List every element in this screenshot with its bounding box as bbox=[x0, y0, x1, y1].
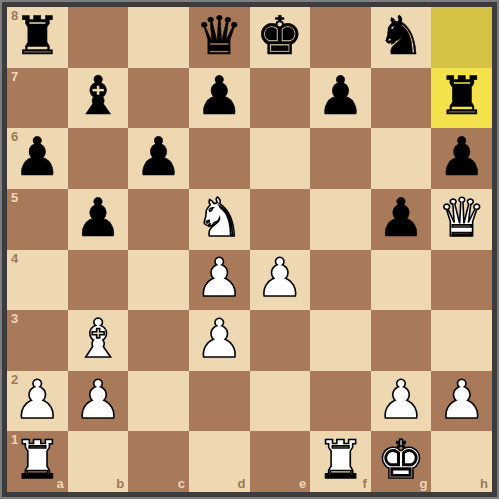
white-pawn-icon[interactable]: ♟ bbox=[438, 373, 486, 426]
square-e6[interactable] bbox=[250, 128, 311, 189]
square-g3[interactable] bbox=[371, 310, 432, 371]
square-f3[interactable] bbox=[310, 310, 371, 371]
square-e7[interactable] bbox=[250, 68, 311, 129]
square-f7[interactable]: ♟ bbox=[310, 68, 371, 129]
square-c1[interactable]: c bbox=[128, 431, 189, 492]
white-rook-icon[interactable]: ♜ bbox=[14, 433, 62, 486]
square-g2[interactable]: ♟ bbox=[371, 371, 432, 432]
black-king-icon[interactable]: ♚ bbox=[256, 9, 304, 62]
square-a3[interactable]: 3 bbox=[7, 310, 68, 371]
square-g6[interactable] bbox=[371, 128, 432, 189]
rank-label-7: 7 bbox=[11, 70, 18, 83]
file-label-b: b bbox=[116, 477, 124, 490]
white-rook-icon[interactable]: ♜ bbox=[317, 433, 365, 486]
square-b7[interactable]: ♝ bbox=[68, 68, 129, 129]
square-g5[interactable]: ♟ bbox=[371, 189, 432, 250]
black-knight-icon[interactable]: ♞ bbox=[377, 9, 425, 62]
white-pawn-icon[interactable]: ♟ bbox=[14, 373, 62, 426]
square-g7[interactable] bbox=[371, 68, 432, 129]
square-f6[interactable] bbox=[310, 128, 371, 189]
square-d1[interactable]: d bbox=[189, 431, 250, 492]
square-c8[interactable] bbox=[128, 7, 189, 68]
square-a4[interactable]: 4 bbox=[7, 250, 68, 311]
white-queen-icon[interactable]: ♛ bbox=[438, 191, 486, 244]
white-bishop-icon[interactable]: ♝ bbox=[74, 312, 122, 365]
black-pawn-icon[interactable]: ♟ bbox=[438, 130, 486, 183]
square-a6[interactable]: 6♟ bbox=[7, 128, 68, 189]
black-pawn-icon[interactable]: ♟ bbox=[74, 191, 122, 244]
black-queen-icon[interactable]: ♛ bbox=[195, 9, 243, 62]
square-h8[interactable] bbox=[431, 7, 492, 68]
square-a7[interactable]: 7 bbox=[7, 68, 68, 129]
file-label-c: c bbox=[178, 477, 185, 490]
black-pawn-icon[interactable]: ♟ bbox=[195, 69, 243, 122]
chess-board: 8♜♛♚♞7♝♟♟♜6♟♟♟5♟♞♟♛4♟♟3♝♟2♟♟♟♟1a♜bcdef♜g… bbox=[7, 7, 492, 492]
square-d6[interactable] bbox=[189, 128, 250, 189]
square-b5[interactable]: ♟ bbox=[68, 189, 129, 250]
square-b4[interactable] bbox=[68, 250, 129, 311]
square-a8[interactable]: 8♜ bbox=[7, 7, 68, 68]
square-b8[interactable] bbox=[68, 7, 129, 68]
black-pawn-icon[interactable]: ♟ bbox=[377, 191, 425, 244]
square-h7[interactable]: ♜ bbox=[431, 68, 492, 129]
white-king-icon[interactable]: ♚ bbox=[377, 433, 425, 486]
square-d8[interactable]: ♛ bbox=[189, 7, 250, 68]
square-e2[interactable] bbox=[250, 371, 311, 432]
rank-label-5: 5 bbox=[11, 191, 18, 204]
black-rook-icon[interactable]: ♜ bbox=[438, 69, 486, 122]
square-g8[interactable]: ♞ bbox=[371, 7, 432, 68]
square-h1[interactable]: h bbox=[431, 431, 492, 492]
square-c7[interactable] bbox=[128, 68, 189, 129]
square-b3[interactable]: ♝ bbox=[68, 310, 129, 371]
square-d2[interactable] bbox=[189, 371, 250, 432]
file-label-d: d bbox=[238, 477, 246, 490]
square-h4[interactable] bbox=[431, 250, 492, 311]
square-a5[interactable]: 5 bbox=[7, 189, 68, 250]
square-f8[interactable] bbox=[310, 7, 371, 68]
square-d4[interactable]: ♟ bbox=[189, 250, 250, 311]
rank-label-4: 4 bbox=[11, 252, 18, 265]
black-pawn-icon[interactable]: ♟ bbox=[317, 69, 365, 122]
square-f1[interactable]: f♜ bbox=[310, 431, 371, 492]
square-f4[interactable] bbox=[310, 250, 371, 311]
square-c6[interactable]: ♟ bbox=[128, 128, 189, 189]
square-h6[interactable]: ♟ bbox=[431, 128, 492, 189]
black-pawn-icon[interactable]: ♟ bbox=[135, 130, 183, 183]
board-frame: 8♜♛♚♞7♝♟♟♜6♟♟♟5♟♞♟♛4♟♟3♝♟2♟♟♟♟1a♜bcdef♜g… bbox=[0, 0, 499, 499]
square-d7[interactable]: ♟ bbox=[189, 68, 250, 129]
square-d3[interactable]: ♟ bbox=[189, 310, 250, 371]
square-e3[interactable] bbox=[250, 310, 311, 371]
square-h3[interactable] bbox=[431, 310, 492, 371]
square-c5[interactable] bbox=[128, 189, 189, 250]
black-bishop-icon[interactable]: ♝ bbox=[74, 69, 122, 122]
square-e1[interactable]: e bbox=[250, 431, 311, 492]
square-f5[interactable] bbox=[310, 189, 371, 250]
white-pawn-icon[interactable]: ♟ bbox=[195, 312, 243, 365]
square-g4[interactable] bbox=[371, 250, 432, 311]
square-g1[interactable]: g♚ bbox=[371, 431, 432, 492]
square-c2[interactable] bbox=[128, 371, 189, 432]
square-f2[interactable] bbox=[310, 371, 371, 432]
square-h2[interactable]: ♟ bbox=[431, 371, 492, 432]
white-pawn-icon[interactable]: ♟ bbox=[256, 251, 304, 304]
square-b1[interactable]: b bbox=[68, 431, 129, 492]
square-b6[interactable] bbox=[68, 128, 129, 189]
square-a1[interactable]: 1a♜ bbox=[7, 431, 68, 492]
square-d5[interactable]: ♞ bbox=[189, 189, 250, 250]
square-c4[interactable] bbox=[128, 250, 189, 311]
rank-label-3: 3 bbox=[11, 312, 18, 325]
square-b2[interactable]: ♟ bbox=[68, 371, 129, 432]
square-h5[interactable]: ♛ bbox=[431, 189, 492, 250]
square-a2[interactable]: 2♟ bbox=[7, 371, 68, 432]
file-label-h: h bbox=[480, 477, 488, 490]
white-knight-icon[interactable]: ♞ bbox=[195, 191, 243, 244]
square-e4[interactable]: ♟ bbox=[250, 250, 311, 311]
white-pawn-icon[interactable]: ♟ bbox=[74, 373, 122, 426]
square-c3[interactable] bbox=[128, 310, 189, 371]
black-rook-icon[interactable]: ♜ bbox=[14, 9, 62, 62]
square-e8[interactable]: ♚ bbox=[250, 7, 311, 68]
white-pawn-icon[interactable]: ♟ bbox=[377, 373, 425, 426]
black-pawn-icon[interactable]: ♟ bbox=[14, 130, 62, 183]
file-label-e: e bbox=[299, 477, 306, 490]
white-pawn-icon[interactable]: ♟ bbox=[195, 251, 243, 304]
square-e5[interactable] bbox=[250, 189, 311, 250]
